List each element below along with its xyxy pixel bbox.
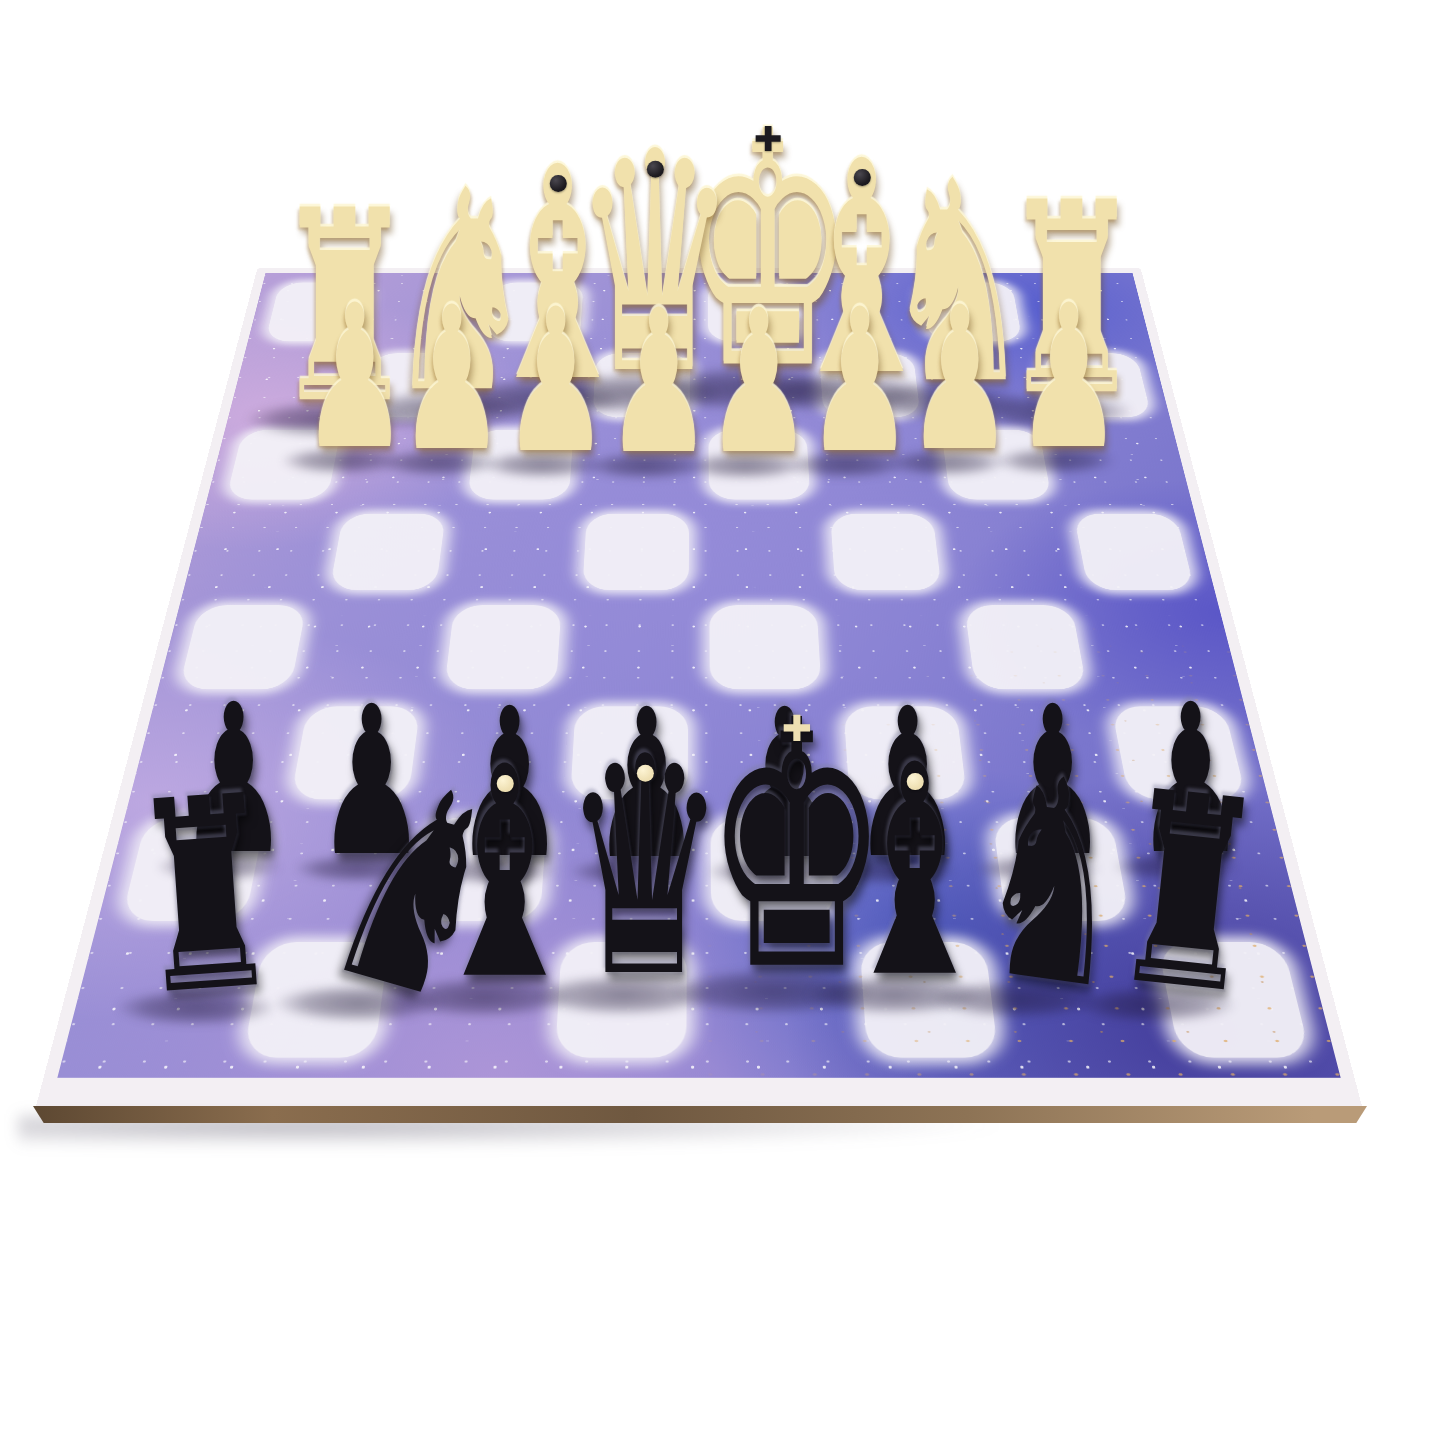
piece-shadow (570, 858, 695, 886)
piece-shadow (585, 452, 705, 479)
piece-shadow (482, 451, 602, 478)
piece-shadow (806, 975, 982, 1015)
piece-black-pawn-d7: ♟ (715, 719, 855, 875)
piece-black-queen-e8: ♛ (542, 772, 747, 1000)
piece-layer: ♜♞♝♛♚✚♝♞♜♟♟♟♟♟♟♟♟♟♟♟♟♟♟♟♟♜♞♝♛♚✚♝♞♜ (0, 0, 1445, 1445)
black-pawn-glyph: ♟ (591, 682, 703, 888)
piece-shadow (886, 449, 1006, 476)
bishop-ball-finial (550, 175, 567, 192)
piece-shadow (786, 451, 906, 478)
piece-shadow (669, 968, 875, 1014)
white-pawn-glyph: ♟ (301, 278, 409, 476)
white-rook-glyph: ♜ (273, 176, 417, 440)
white-pawn-glyph: ♟ (398, 280, 506, 478)
white-rook-glyph: ♜ (1000, 168, 1144, 432)
piece-black-pawn-h7: ♟ (164, 714, 304, 870)
piece-white-knight-b1: ♞ (864, 196, 1053, 406)
piece-white-pawn-a2: ♟ (1002, 314, 1137, 464)
white-pawn-glyph: ♟ (502, 282, 610, 480)
black-pawn-glyph: ♟ (997, 679, 1109, 885)
piece-black-bishop-c8: ♝ (816, 780, 1014, 1000)
queen-ball-finial (646, 161, 663, 178)
piece-shadow (685, 452, 805, 479)
king-cross-finial: ✚ (782, 711, 812, 747)
piece-white-pawn-f2: ♟ (489, 318, 624, 468)
black-king-glyph: ♚ (704, 677, 890, 1018)
white-bishop-glyph: ♝ (478, 129, 638, 422)
piece-shadow (396, 977, 572, 1017)
piece-shadow (281, 447, 401, 474)
galaxy-chess-photo: ♜♞♝♛♚✚♝♞♜♟♟♟♟♟♟♟♟♟♟♟♟♟♟♟♟♜♞♝♛♚✚♝♞♜ (0, 0, 1445, 1445)
black-rook-glyph: ♜ (1103, 755, 1274, 1033)
piece-black-pawn-e7: ♟ (577, 719, 717, 875)
piece-white-pawn-g2: ♟ (385, 316, 520, 466)
piece-black-pawn-c7: ♟ (838, 718, 978, 874)
white-pawn-glyph: ♟ (1015, 278, 1123, 476)
piece-black-knight-g8: ♞ (284, 798, 473, 1008)
black-bishop-glyph: ♝ (426, 729, 584, 1019)
white-pawn-glyph: ♟ (605, 283, 713, 481)
piece-shadow (116, 990, 276, 1026)
piece-shadow (931, 981, 1099, 1019)
black-pawn-glyph: ♟ (729, 682, 841, 888)
piece-shadow (976, 855, 1101, 883)
piece-white-bishop-f1: ♝ (458, 182, 658, 404)
piece-black-pawn-f7: ♟ (440, 718, 580, 874)
piece-shadow (378, 449, 498, 476)
piece-white-pawn-b2: ♟ (893, 316, 1028, 466)
piece-white-knight-g1: ♞ (366, 205, 555, 415)
piece-white-bishop-c1: ♝ (762, 176, 962, 398)
piece-shadow (295, 855, 420, 883)
piece-shadow (246, 402, 406, 438)
piece-shadow (433, 857, 558, 885)
piece-white-pawn-c2: ♟ (793, 318, 928, 468)
piece-black-king-d8: ♚✚ (681, 739, 913, 997)
black-pawn-glyph: ♟ (852, 681, 964, 887)
white-pawn-glyph: ♟ (906, 280, 1014, 478)
white-queen-glyph: ♛ (572, 113, 738, 417)
black-queen-glyph: ♛ (563, 717, 727, 1018)
white-knight-glyph: ♞ (384, 155, 535, 432)
white-pawn-glyph: ♟ (806, 282, 914, 480)
piece-black-rook-a8: ♜ (1085, 809, 1265, 1009)
piece-shadow (356, 392, 524, 430)
piece-shadow (541, 372, 725, 413)
piece-shadow (752, 373, 930, 413)
white-king-glyph: ♚ (680, 90, 856, 413)
white-pawn-glyph: ♟ (705, 283, 813, 481)
piece-black-rook-h8: ♜ (125, 812, 305, 1012)
black-rook-glyph: ♜ (125, 760, 287, 1033)
black-pawn-glyph: ♟ (316, 679, 428, 885)
piece-black-pawn-g7: ♟ (302, 716, 442, 872)
white-knight-glyph: ♞ (882, 146, 1033, 423)
piece-white-pawn-h2: ♟ (288, 314, 423, 464)
bishop-ball-finial (497, 775, 514, 792)
piece-black-knight-b8: ♞ (941, 794, 1130, 1004)
black-bishop-glyph: ♝ (836, 727, 994, 1017)
black-pawn-glyph: ♟ (178, 677, 290, 883)
piece-shadow (995, 447, 1115, 474)
piece-white-queen-e1: ♛ (552, 168, 759, 398)
piece-shadow (157, 853, 282, 881)
black-pawn-glyph: ♟ (1135, 677, 1247, 883)
piece-shadow (1076, 987, 1236, 1023)
king-cross-finial: ✚ (754, 122, 783, 156)
piece-white-pawn-e2: ♟ (592, 319, 727, 469)
bishop-ball-finial (907, 773, 924, 790)
piece-black-pawn-b7: ♟ (983, 716, 1123, 872)
bishop-ball-finial (854, 169, 871, 186)
piece-white-rook-a1: ♜ (982, 216, 1162, 416)
piece-shadow (973, 394, 1133, 430)
black-knight-glyph: ♞ (305, 738, 527, 1046)
queen-ball-finial (636, 765, 653, 782)
piece-shadow (646, 367, 842, 411)
piece-white-king-d1: ♚✚ (658, 149, 879, 394)
piece-shadow (448, 379, 626, 419)
piece-black-bishop-f8: ♝ (406, 782, 604, 1002)
piece-white-rook-h1: ♜ (255, 224, 435, 424)
black-pawn-glyph: ♟ (454, 681, 566, 887)
piece-shadow (854, 383, 1022, 421)
piece-shadow (274, 985, 442, 1023)
piece-black-pawn-a7: ♟ (1121, 714, 1261, 870)
black-knight-glyph: ♞ (960, 736, 1148, 1032)
piece-shadow (708, 858, 833, 886)
piece-shadow (1114, 853, 1239, 881)
piece-white-pawn-d2: ♟ (692, 319, 827, 469)
piece-shadow (831, 857, 956, 885)
white-bishop-glyph: ♝ (782, 123, 942, 416)
piece-shadow (532, 975, 714, 1016)
